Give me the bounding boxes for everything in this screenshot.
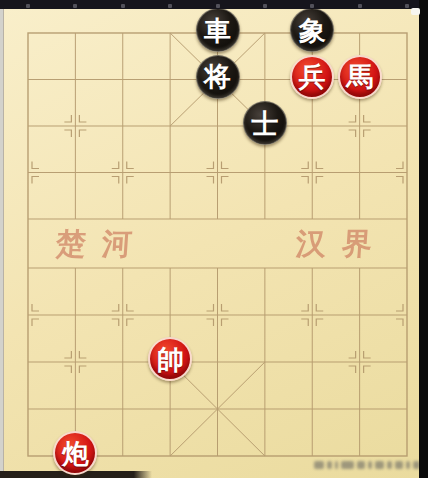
watermark <box>314 459 426 471</box>
top-bar-mark <box>358 4 362 8</box>
piece-black-advisor[interactable]: 士 <box>243 101 287 145</box>
top-bar-mark <box>216 4 220 8</box>
watermark-blob <box>368 461 372 469</box>
piece-label: 車 <box>204 17 231 44</box>
piece-label: 象 <box>299 17 326 44</box>
top-bar-mark <box>26 4 30 8</box>
top-bar-mark <box>73 4 77 8</box>
watermark-blob <box>406 461 410 469</box>
piece-label: 兵 <box>299 63 326 90</box>
left-edge-strip <box>0 9 4 478</box>
top-right-notch <box>411 8 420 15</box>
watermark-blob <box>357 461 365 469</box>
piece-label: 帥 <box>157 346 184 373</box>
piece-red-soldier[interactable]: 兵 <box>290 55 334 99</box>
top-bar-mark <box>263 4 267 8</box>
watermark-blob <box>395 461 403 469</box>
right-edge-strip <box>419 0 428 478</box>
piece-label: 士 <box>251 110 278 137</box>
top-bar-mark <box>405 4 409 8</box>
watermark-blob <box>341 461 354 469</box>
xiangqi-board-screen: 楚河 汉界 車象将兵馬士帥炮 <box>0 0 428 478</box>
piece-red-horse[interactable]: 馬 <box>338 55 382 99</box>
piece-black-general[interactable]: 将 <box>196 55 240 99</box>
top-bar-mark <box>168 4 172 8</box>
piece-label: 馬 <box>346 63 373 90</box>
piece-red-general[interactable]: 帥 <box>148 337 192 381</box>
watermark-blob <box>335 461 338 469</box>
top-bar-mark <box>310 4 314 8</box>
watermark-blob <box>375 461 384 469</box>
watermark-blob <box>387 461 392 469</box>
watermark-blob <box>327 461 332 469</box>
top-bar-mark <box>121 4 125 8</box>
piece-black-elephant[interactable]: 象 <box>290 8 334 52</box>
top-bar <box>0 0 428 9</box>
watermark-blob <box>314 461 324 469</box>
piece-label: 炮 <box>62 440 89 467</box>
piece-black-chariot[interactable]: 車 <box>196 8 240 52</box>
piece-label: 将 <box>204 63 231 90</box>
